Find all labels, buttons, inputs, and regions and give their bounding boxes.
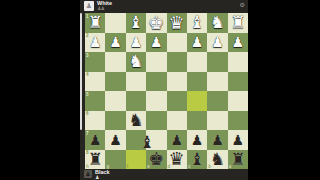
bottom-player-bar: ♟ Black ♟ [80, 169, 248, 180]
board-square[interactable]: ♟ [146, 33, 166, 53]
chess-piece-white-pawn[interactable]: ♟ [191, 35, 204, 49]
file-label: f [127, 164, 129, 169]
board-square[interactable]: g [105, 150, 125, 170]
board-square[interactable] [228, 111, 248, 131]
board-square[interactable]: c♝ [187, 150, 207, 170]
board-square[interactable]: ♟ [126, 33, 146, 53]
board-square[interactable]: f [126, 150, 146, 170]
top-player-bar: ♟ White ♟♟ ⚙ [80, 0, 248, 13]
board-square[interactable] [105, 13, 125, 33]
chess-piece-white-pawn[interactable]: ♟ [150, 35, 163, 49]
chess-piece-black-rook[interactable]: ♜ [230, 151, 245, 168]
chess-piece-black-queen[interactable]: ♛ [169, 150, 185, 168]
chess-piece-white-pawn[interactable]: ♟ [109, 35, 122, 49]
chess-piece-black-pawn[interactable]: ♟ [232, 133, 245, 147]
board-square[interactable]: 1♜ [85, 13, 105, 33]
board-square[interactable] [167, 72, 187, 92]
chess-piece-black-pawn[interactable]: ♟ [191, 133, 204, 147]
board-square[interactable] [187, 72, 207, 92]
chess-piece-white-bishop[interactable]: ♝ [189, 14, 204, 31]
chess-piece-black-knight[interactable]: ♞ [128, 112, 143, 129]
chess-piece-white-rook[interactable]: ♜ [88, 14, 103, 31]
chess-piece-white-pawn[interactable]: ♟ [232, 35, 245, 49]
board-square[interactable]: 2♟ [85, 33, 105, 53]
board-square[interactable]: e♚ [146, 150, 166, 170]
rank-label: 4 [86, 72, 89, 77]
letterbox-left [0, 0, 80, 180]
letterbox-right [248, 0, 320, 180]
animating-bishop-piece[interactable]: ♝ [140, 134, 155, 151]
board-square[interactable] [207, 91, 227, 111]
board-square[interactable]: ♟ [187, 33, 207, 53]
rank-label: 5 [86, 92, 89, 97]
board-square[interactable] [105, 91, 125, 111]
board-square[interactable] [105, 72, 125, 92]
board-square[interactable]: ♟ [105, 33, 125, 53]
board-square[interactable]: 5 [85, 91, 105, 111]
chess-piece-white-bishop[interactable]: ♝ [128, 14, 143, 31]
board-square[interactable] [146, 72, 166, 92]
rank-label: 6 [86, 111, 89, 116]
board-square[interactable]: b♞ [207, 150, 227, 170]
chess-piece-black-pawn[interactable]: ♟ [170, 133, 183, 147]
board-square[interactable]: ♝ [126, 13, 146, 33]
board-square[interactable] [146, 111, 166, 131]
board-square[interactable] [105, 52, 125, 72]
board-square[interactable]: ♜ [228, 13, 248, 33]
chess-piece-black-bishop[interactable]: ♝ [189, 151, 204, 168]
board-square[interactable]: 6 [85, 111, 105, 131]
chess-piece-white-knight[interactable]: ♞ [210, 14, 225, 31]
chess-piece-white-pawn[interactable]: ♟ [89, 35, 102, 49]
board-square[interactable]: 8h♜ [85, 150, 105, 170]
board-square[interactable] [228, 91, 248, 111]
chess-piece-black-rook[interactable]: ♜ [88, 151, 103, 168]
black-player-avatar[interactable]: ♟ [84, 170, 92, 178]
board-square[interactable] [207, 111, 227, 131]
chess-board: 1♜♝♚♛♝♞♜2♟♟♟♟♟♟♟3♞456♞7♟♟♟♟♟♟8h♜gfe♚d♛c♝… [85, 13, 248, 169]
chess-piece-white-king[interactable]: ♚ [148, 14, 164, 32]
board-square[interactable]: ♟ [187, 130, 207, 150]
chess-piece-white-rook[interactable]: ♜ [230, 14, 245, 31]
file-label: g [106, 164, 109, 169]
chess-piece-black-king[interactable]: ♚ [148, 150, 164, 168]
board-square[interactable] [167, 111, 187, 131]
board-square[interactable]: ♟ [228, 130, 248, 150]
chess-piece-black-knight[interactable]: ♞ [210, 151, 225, 168]
board-square[interactable]: ♞ [126, 52, 146, 72]
board-square[interactable] [207, 52, 227, 72]
board-square[interactable] [187, 52, 207, 72]
board-square[interactable] [146, 52, 166, 72]
board-square[interactable] [207, 72, 227, 92]
panel-scrollbar[interactable] [80, 13, 82, 130]
board-square[interactable] [167, 33, 187, 53]
board-square[interactable]: ♟ [207, 33, 227, 53]
rank-label: 3 [86, 53, 89, 58]
board-square[interactable] [126, 91, 146, 111]
board-square[interactable] [167, 52, 187, 72]
chess-piece-black-pawn[interactable]: ♟ [109, 133, 122, 147]
board-square[interactable] [146, 91, 166, 111]
board-square[interactable]: 4 [85, 72, 105, 92]
board-square[interactable]: 3 [85, 52, 105, 72]
settings-gear-icon[interactable]: ⚙ [240, 1, 245, 8]
board-area: 1♜♝♚♛♝♞♜2♟♟♟♟♟♟♟3♞456♞7♟♟♟♟♟♟8h♜gfe♚d♛c♝… [85, 13, 248, 169]
black-avatar-pawn-icon: ♟ [85, 170, 90, 178]
board-square[interactable]: ♟ [207, 130, 227, 150]
chess-piece-black-pawn[interactable]: ♟ [89, 133, 102, 147]
board-square[interactable]: ♟ [105, 130, 125, 150]
board-square[interactable]: ♚ [146, 13, 166, 33]
board-square[interactable] [126, 72, 146, 92]
board-square[interactable]: ♞ [126, 111, 146, 131]
white-avatar-pawn-icon: ♟ [86, 1, 92, 11]
chess-piece-white-queen[interactable]: ♛ [169, 14, 185, 32]
board-square[interactable] [187, 111, 207, 131]
chess-piece-white-knight[interactable]: ♞ [128, 53, 143, 70]
board-square[interactable]: ♟ [228, 33, 248, 53]
chess-piece-white-pawn[interactable]: ♟ [211, 35, 224, 49]
board-square[interactable] [228, 52, 248, 72]
board-square[interactable] [187, 91, 207, 111]
board-square[interactable] [105, 111, 125, 131]
board-square[interactable]: ♛ [167, 13, 187, 33]
board-square[interactable]: ♝ [187, 13, 207, 33]
board-square[interactable]: 7♟ [85, 130, 105, 150]
black-captured-pieces: ♟ [95, 175, 110, 180]
board-square[interactable] [167, 91, 187, 111]
board-square[interactable]: a♜ [228, 150, 248, 170]
chess-piece-white-pawn[interactable]: ♟ [130, 35, 143, 49]
white-captured-pieces: ♟♟ [97, 6, 112, 11]
board-square[interactable]: ♞ [207, 13, 227, 33]
board-square[interactable]: d♛ [167, 150, 187, 170]
board-square[interactable] [228, 72, 248, 92]
white-player-avatar[interactable]: ♟ [84, 1, 94, 11]
app-content: ♟ White ♟♟ ⚙ 1♜♝♚♛♝♞♜2♟♟♟♟♟♟♟3♞456♞7♟♟♟♟… [80, 0, 248, 180]
board-square[interactable]: ♟ [167, 130, 187, 150]
chess-piece-black-pawn[interactable]: ♟ [211, 133, 224, 147]
